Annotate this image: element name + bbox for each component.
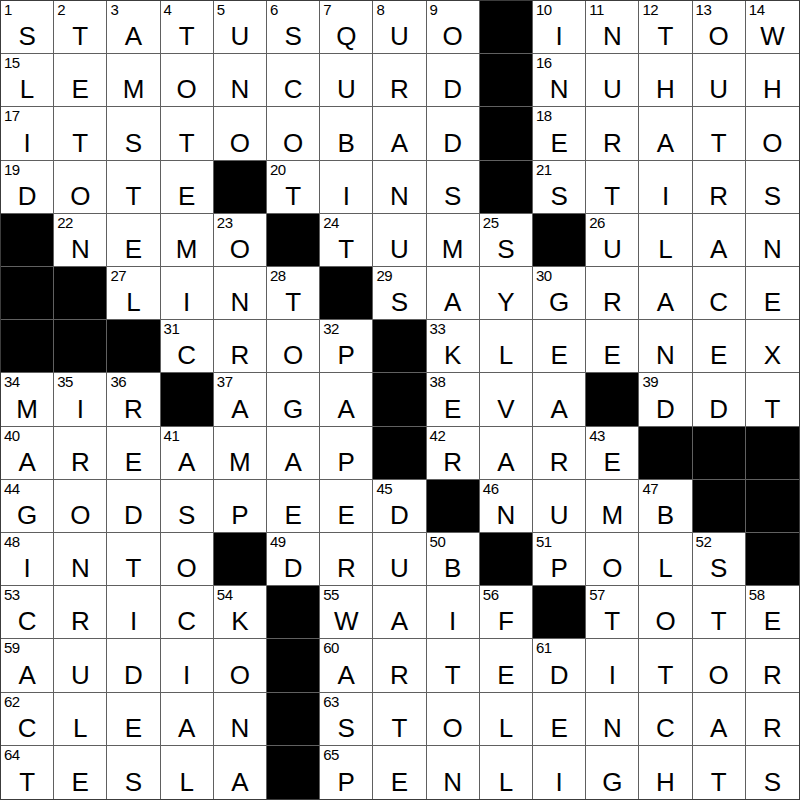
letter-cell-r5c9[interactable]: M	[427, 214, 480, 267]
clue-number: 40	[4, 428, 20, 445]
letter-cell-r3c11[interactable]: 18E	[533, 107, 586, 160]
letter-cell-r15c11[interactable]: I	[533, 746, 586, 799]
letter-cell-r2c14[interactable]: U	[693, 54, 746, 107]
cell-letter: M	[586, 502, 638, 528]
letter-cell-r12c3[interactable]: I	[107, 586, 160, 639]
letter-cell-r3c12[interactable]: R	[586, 107, 639, 160]
letter-cell-r15c5[interactable]: A	[214, 746, 267, 799]
black-cell	[1, 267, 54, 320]
letter-cell-r9c5[interactable]: M	[214, 427, 267, 480]
letter-cell-r12c9[interactable]: I	[427, 586, 480, 639]
cell-letter: G	[586, 769, 638, 795]
letter-cell-r5c5[interactable]: 23O	[214, 214, 267, 267]
cell-letter: T	[107, 555, 159, 581]
letter-cell-r6c4[interactable]: I	[161, 267, 214, 320]
letter-cell-r4c9[interactable]: S	[427, 161, 480, 214]
letter-cell-r15c1[interactable]: 64T	[1, 746, 54, 799]
letter-cell-r1c8[interactable]: 8U	[373, 1, 426, 54]
cell-letter: N	[746, 236, 799, 262]
cell-letter: N	[214, 76, 266, 102]
letter-cell-r3c8[interactable]: A	[373, 107, 426, 160]
letter-cell-r10c12[interactable]: M	[586, 480, 639, 533]
letter-cell-r5c2[interactable]: 22N	[54, 214, 107, 267]
letter-cell-r14c8[interactable]: T	[373, 693, 426, 746]
letter-cell-r10c6[interactable]: E	[267, 480, 320, 533]
cell-letter: U	[320, 76, 372, 102]
letter-cell-r10c2[interactable]: O	[54, 480, 107, 533]
letter-cell-r12c5[interactable]: 54K	[214, 586, 267, 639]
black-cell	[214, 533, 267, 586]
letter-cell-r14c10[interactable]: L	[480, 693, 533, 746]
letter-cell-r7c14[interactable]: E	[693, 320, 746, 373]
cell-letter: E	[107, 715, 159, 741]
cell-letter: T	[586, 183, 638, 209]
cell-letter: D	[639, 396, 691, 422]
clue-number: 44	[4, 481, 20, 498]
letter-cell-r2c3[interactable]: M	[107, 54, 160, 107]
letter-cell-r6c12[interactable]: R	[586, 267, 639, 320]
letter-cell-r3c2[interactable]: T	[54, 107, 107, 160]
letter-cell-r4c11[interactable]: 21S	[533, 161, 586, 214]
cell-letter: V	[480, 396, 532, 422]
clue-number: 51	[536, 534, 552, 551]
cell-letter: T	[746, 396, 799, 422]
letter-cell-r6c11[interactable]: 30G	[533, 267, 586, 320]
cell-letter: S	[693, 555, 745, 581]
letter-cell-r14c14[interactable]: A	[693, 693, 746, 746]
cell-letter: A	[320, 396, 372, 422]
letter-cell-r6c5[interactable]: N	[214, 267, 267, 320]
cell-letter: P	[320, 342, 372, 368]
letter-cell-r2c6[interactable]: C	[267, 54, 320, 107]
letter-cell-r4c6[interactable]: 20T	[267, 161, 320, 214]
letter-cell-r13c3[interactable]: D	[107, 639, 160, 692]
black-cell	[373, 427, 426, 480]
letter-cell-r6c8[interactable]: 29S	[373, 267, 426, 320]
cell-letter: E	[320, 502, 372, 528]
cell-letter: S	[533, 183, 585, 209]
black-cell	[54, 320, 107, 373]
letter-cell-r10c3[interactable]: D	[107, 480, 160, 533]
letter-cell-r2c15[interactable]: H	[746, 54, 799, 107]
cell-letter: T	[639, 662, 691, 688]
cell-letter: A	[427, 289, 479, 315]
black-cell	[480, 1, 533, 54]
letter-cell-r15c3[interactable]: S	[107, 746, 160, 799]
letter-cell-r15c15[interactable]: S	[746, 746, 799, 799]
letter-cell-r3c14[interactable]: T	[693, 107, 746, 160]
letter-cell-r3c1[interactable]: 17I	[1, 107, 54, 160]
letter-cell-r5c4[interactable]: M	[161, 214, 214, 267]
letter-cell-r8c3[interactable]: 36R	[107, 373, 160, 426]
letter-cell-r9c2[interactable]: R	[54, 427, 107, 480]
cell-letter: I	[533, 23, 585, 49]
letter-cell-r15c10[interactable]: L	[480, 746, 533, 799]
clue-number: 57	[589, 587, 605, 604]
cell-letter: P	[214, 502, 266, 528]
cell-letter: R	[373, 662, 425, 688]
cell-letter: I	[1, 130, 53, 156]
letter-cell-r1c11[interactable]: 10I	[533, 1, 586, 54]
letter-cell-r13c7[interactable]: 60A	[320, 639, 373, 692]
letter-cell-r14c3[interactable]: E	[107, 693, 160, 746]
black-cell	[320, 267, 373, 320]
cell-letter: R	[746, 715, 799, 741]
letter-cell-r13c9[interactable]: T	[427, 639, 480, 692]
letter-cell-r2c2[interactable]: E	[54, 54, 107, 107]
letter-cell-r6c10[interactable]: Y	[480, 267, 533, 320]
letter-cell-r8c2[interactable]: 35I	[54, 373, 107, 426]
letter-cell-r2c9[interactable]: D	[427, 54, 480, 107]
cell-letter: S	[1, 23, 53, 49]
letter-cell-r12c1[interactable]: 53C	[1, 586, 54, 639]
cell-letter: O	[427, 715, 479, 741]
letter-cell-r8c9[interactable]: 38E	[427, 373, 480, 426]
cell-letter: R	[373, 76, 425, 102]
letter-cell-r14c4[interactable]: A	[161, 693, 214, 746]
letter-cell-r12c7[interactable]: 55W	[320, 586, 373, 639]
cell-letter: U	[533, 502, 585, 528]
cell-letter: S	[746, 769, 799, 795]
letter-cell-r1c4[interactable]: 4T	[161, 1, 214, 54]
letter-cell-r15c12[interactable]: G	[586, 746, 639, 799]
letter-cell-r10c5[interactable]: P	[214, 480, 267, 533]
letter-cell-r1c5[interactable]: 5U	[214, 1, 267, 54]
cell-letter: O	[586, 555, 638, 581]
letter-cell-r7c13[interactable]: N	[639, 320, 692, 373]
black-cell	[639, 427, 692, 480]
letter-cell-r7c6[interactable]: O	[267, 320, 320, 373]
letter-cell-r11c4[interactable]: O	[161, 533, 214, 586]
cell-letter: O	[214, 130, 266, 156]
letter-cell-r12c8[interactable]: A	[373, 586, 426, 639]
letter-cell-r3c9[interactable]: D	[427, 107, 480, 160]
clue-number: 47	[642, 481, 658, 498]
letter-cell-r2c11[interactable]: 16N	[533, 54, 586, 107]
cell-letter: M	[1, 396, 53, 422]
letter-cell-r6c13[interactable]: A	[639, 267, 692, 320]
letter-cell-r8c11[interactable]: A	[533, 373, 586, 426]
letter-cell-r9c9[interactable]: 42R	[427, 427, 480, 480]
cell-letter: D	[107, 662, 159, 688]
letter-cell-r1c2[interactable]: 2T	[54, 1, 107, 54]
clue-number: 65	[323, 747, 339, 764]
letter-cell-r10c11[interactable]: U	[533, 480, 586, 533]
letter-cell-r5c10[interactable]: 25S	[480, 214, 533, 267]
cell-letter: I	[161, 662, 213, 688]
cell-letter: R	[320, 555, 372, 581]
letter-cell-r12c13[interactable]: O	[639, 586, 692, 639]
letter-cell-r2c12[interactable]: U	[586, 54, 639, 107]
cell-letter: E	[480, 662, 532, 688]
letter-cell-r12c4[interactable]: C	[161, 586, 214, 639]
letter-cell-r14c1[interactable]: 62C	[1, 693, 54, 746]
letter-cell-r14c5[interactable]: N	[214, 693, 267, 746]
letter-cell-r3c7[interactable]: B	[320, 107, 373, 160]
letter-cell-r3c13[interactable]: A	[639, 107, 692, 160]
cell-letter: T	[267, 183, 319, 209]
letter-cell-r10c10[interactable]: 46N	[480, 480, 533, 533]
letter-cell-r1c14[interactable]: 13O	[693, 1, 746, 54]
letter-cell-r8c13[interactable]: 39D	[639, 373, 692, 426]
letter-cell-r4c2[interactable]: O	[54, 161, 107, 214]
clue-number: 20	[270, 162, 286, 179]
cell-letter: O	[427, 23, 479, 49]
letter-cell-r7c4[interactable]: 31C	[161, 320, 214, 373]
letter-cell-r12c12[interactable]: 57T	[586, 586, 639, 639]
letter-cell-r7c15[interactable]: X	[746, 320, 799, 373]
letter-cell-r11c9[interactable]: 50B	[427, 533, 480, 586]
letter-cell-r2c7[interactable]: U	[320, 54, 373, 107]
letter-cell-r11c11[interactable]: 51P	[533, 533, 586, 586]
clue-number: 25	[483, 215, 499, 232]
letter-cell-r10c7[interactable]: E	[320, 480, 373, 533]
letter-cell-r8c14[interactable]: D	[693, 373, 746, 426]
letter-cell-r5c15[interactable]: N	[746, 214, 799, 267]
letter-cell-r15c7[interactable]: 65P	[320, 746, 373, 799]
letter-cell-r3c4[interactable]: T	[161, 107, 214, 160]
letter-cell-r11c14[interactable]: 52S	[693, 533, 746, 586]
cell-letter: O	[214, 662, 266, 688]
letter-cell-r5c13[interactable]: L	[639, 214, 692, 267]
cell-letter: D	[427, 76, 479, 102]
letter-cell-r4c3[interactable]: T	[107, 161, 160, 214]
cell-letter: N	[54, 555, 106, 581]
letter-cell-r6c9[interactable]: A	[427, 267, 480, 320]
letter-cell-r4c7[interactable]: I	[320, 161, 373, 214]
letter-cell-r8c15[interactable]: T	[746, 373, 799, 426]
letter-cell-r4c4[interactable]: E	[161, 161, 214, 214]
letter-cell-r9c10[interactable]: A	[480, 427, 533, 480]
letter-cell-r14c15[interactable]: R	[746, 693, 799, 746]
letter-cell-r2c4[interactable]: O	[161, 54, 214, 107]
letter-cell-r9c12[interactable]: 43E	[586, 427, 639, 480]
letter-cell-r14c13[interactable]: C	[639, 693, 692, 746]
cell-letter: T	[161, 23, 213, 49]
clue-number: 39	[642, 374, 658, 391]
letter-cell-r9c3[interactable]: E	[107, 427, 160, 480]
letter-cell-r13c8[interactable]: R	[373, 639, 426, 692]
letter-cell-r7c9[interactable]: 33K	[427, 320, 480, 373]
cell-letter: C	[267, 76, 319, 102]
letter-cell-r1c15[interactable]: 14W	[746, 1, 799, 54]
letter-cell-r6c14[interactable]: C	[693, 267, 746, 320]
cell-letter: M	[427, 236, 479, 262]
cell-letter: C	[639, 715, 691, 741]
letter-cell-r13c10[interactable]: E	[480, 639, 533, 692]
letter-cell-r11c8[interactable]: U	[373, 533, 426, 586]
letter-cell-r14c9[interactable]: O	[427, 693, 480, 746]
cell-letter: C	[1, 715, 53, 741]
letter-cell-r11c1[interactable]: 48I	[1, 533, 54, 586]
cell-letter: E	[107, 449, 159, 475]
letter-cell-r15c9[interactable]: N	[427, 746, 480, 799]
letter-cell-r6c6[interactable]: 28T	[267, 267, 320, 320]
cell-letter: K	[427, 342, 479, 368]
letter-cell-r2c8[interactable]: R	[373, 54, 426, 107]
letter-cell-r13c11[interactable]: 61D	[533, 639, 586, 692]
cell-letter: R	[54, 449, 106, 475]
clue-number: 8	[376, 2, 384, 19]
cell-letter: S	[480, 236, 532, 262]
letter-cell-r5c14[interactable]: A	[693, 214, 746, 267]
letter-cell-r7c12[interactable]: E	[586, 320, 639, 373]
letter-cell-r7c10[interactable]: L	[480, 320, 533, 373]
letter-cell-r13c12[interactable]: I	[586, 639, 639, 692]
clue-number: 34	[4, 374, 20, 391]
letter-cell-r4c13[interactable]: I	[639, 161, 692, 214]
cell-letter: A	[107, 23, 159, 49]
letter-cell-r13c15[interactable]: R	[746, 639, 799, 692]
letter-cell-r8c5[interactable]: 37A	[214, 373, 267, 426]
letter-cell-r4c14[interactable]: R	[693, 161, 746, 214]
letter-cell-r1c13[interactable]: 12T	[639, 1, 692, 54]
letter-cell-r12c15[interactable]: 58E	[746, 586, 799, 639]
letter-cell-r9c4[interactable]: 41A	[161, 427, 214, 480]
letter-cell-r7c11[interactable]: E	[533, 320, 586, 373]
cell-letter: E	[586, 342, 638, 368]
letter-cell-r8c7[interactable]: A	[320, 373, 373, 426]
letter-cell-r3c15[interactable]: O	[746, 107, 799, 160]
cell-letter: U	[373, 236, 425, 262]
clue-number: 33	[430, 321, 446, 338]
cell-letter: I	[320, 183, 372, 209]
cell-letter: T	[1, 769, 53, 795]
cell-letter: S	[373, 289, 425, 315]
letter-cell-r4c8[interactable]: N	[373, 161, 426, 214]
cell-letter: H	[639, 76, 691, 102]
letter-cell-r4c1[interactable]: 19D	[1, 161, 54, 214]
cell-letter: I	[639, 183, 691, 209]
letter-cell-r8c10[interactable]: V	[480, 373, 533, 426]
letter-cell-r10c4[interactable]: S	[161, 480, 214, 533]
cell-letter: T	[693, 769, 745, 795]
black-cell	[746, 480, 799, 533]
letter-cell-r3c5[interactable]: O	[214, 107, 267, 160]
letter-cell-r13c2[interactable]: U	[54, 639, 107, 692]
letter-cell-r13c5[interactable]: O	[214, 639, 267, 692]
letter-cell-r11c13[interactable]: L	[639, 533, 692, 586]
letter-cell-r4c12[interactable]: T	[586, 161, 639, 214]
letter-cell-r2c5[interactable]: N	[214, 54, 267, 107]
clue-number: 58	[749, 587, 765, 604]
cell-letter: U	[693, 76, 745, 102]
letter-cell-r4c15[interactable]: S	[746, 161, 799, 214]
black-cell	[161, 373, 214, 426]
letter-cell-r9c7[interactable]: P	[320, 427, 373, 480]
letter-cell-r10c13[interactable]: 47B	[639, 480, 692, 533]
letter-cell-r13c1[interactable]: 59A	[1, 639, 54, 692]
cell-letter: L	[161, 769, 213, 795]
letter-cell-r14c12[interactable]: N	[586, 693, 639, 746]
letter-cell-r13c13[interactable]: T	[639, 639, 692, 692]
letter-cell-r5c8[interactable]: U	[373, 214, 426, 267]
clue-number: 17	[4, 108, 20, 125]
letter-cell-r11c7[interactable]: R	[320, 533, 373, 586]
black-cell	[214, 161, 267, 214]
clue-number: 45	[376, 481, 392, 498]
clue-number: 15	[4, 55, 20, 72]
cell-letter: Y	[480, 289, 532, 315]
cell-letter: U	[586, 236, 638, 262]
letter-cell-r1c9[interactable]: 9O	[427, 1, 480, 54]
cell-letter: I	[107, 608, 159, 634]
clue-number: 31	[164, 321, 180, 338]
cell-letter: U	[373, 23, 425, 49]
letter-cell-r3c3[interactable]: S	[107, 107, 160, 160]
letter-cell-r3c6[interactable]: O	[267, 107, 320, 160]
letter-cell-r11c12[interactable]: O	[586, 533, 639, 586]
letter-cell-r15c14[interactable]: T	[693, 746, 746, 799]
letter-cell-r2c13[interactable]: H	[639, 54, 692, 107]
cell-letter: R	[586, 289, 638, 315]
letter-cell-r10c1[interactable]: 44G	[1, 480, 54, 533]
cell-letter: U	[54, 662, 106, 688]
letter-cell-r12c2[interactable]: R	[54, 586, 107, 639]
clue-number: 9	[430, 2, 438, 19]
letter-cell-r13c14[interactable]: O	[693, 639, 746, 692]
letter-cell-r7c7[interactable]: 32P	[320, 320, 373, 373]
letter-cell-r14c11[interactable]: E	[533, 693, 586, 746]
letter-cell-r14c2[interactable]: L	[54, 693, 107, 746]
cell-letter: T	[54, 130, 106, 156]
cell-letter: O	[54, 183, 106, 209]
cell-letter: E	[54, 76, 106, 102]
letter-cell-r11c3[interactable]: T	[107, 533, 160, 586]
letter-cell-r15c13[interactable]: H	[639, 746, 692, 799]
letter-cell-r9c1[interactable]: 40A	[1, 427, 54, 480]
letter-cell-r6c15[interactable]: E	[746, 267, 799, 320]
letter-cell-r8c6[interactable]: G	[267, 373, 320, 426]
letter-cell-r14c7[interactable]: 63S	[320, 693, 373, 746]
letter-cell-r1c7[interactable]: 7Q	[320, 1, 373, 54]
letter-cell-r1c6[interactable]: 6S	[267, 1, 320, 54]
letter-cell-r8c1[interactable]: 34M	[1, 373, 54, 426]
black-cell	[586, 373, 639, 426]
cell-letter: M	[107, 76, 159, 102]
cell-letter: T	[427, 662, 479, 688]
letter-cell-r5c12[interactable]: 26U	[586, 214, 639, 267]
clue-number: 50	[430, 534, 446, 551]
letter-cell-r1c12[interactable]: 11N	[586, 1, 639, 54]
letter-cell-r1c1[interactable]: 1S	[1, 1, 54, 54]
cell-letter: A	[693, 715, 745, 741]
letter-cell-r13c4[interactable]: I	[161, 639, 214, 692]
cell-letter: O	[639, 608, 691, 634]
letter-cell-r10c8[interactable]: 45D	[373, 480, 426, 533]
cell-letter: A	[533, 396, 585, 422]
clue-number: 53	[4, 587, 20, 604]
letter-cell-r11c6[interactable]: 49D	[267, 533, 320, 586]
letter-cell-r9c11[interactable]: R	[533, 427, 586, 480]
letter-cell-r15c4[interactable]: L	[161, 746, 214, 799]
letter-cell-r5c7[interactable]: 24T	[320, 214, 373, 267]
letter-cell-r12c14[interactable]: T	[693, 586, 746, 639]
letter-cell-r15c2[interactable]: E	[54, 746, 107, 799]
cell-letter: K	[214, 608, 266, 634]
letter-cell-r5c3[interactable]: E	[107, 214, 160, 267]
letter-cell-r9c6[interactable]: A	[267, 427, 320, 480]
letter-cell-r1c3[interactable]: 3A	[107, 1, 160, 54]
letter-cell-r12c10[interactable]: 56F	[480, 586, 533, 639]
letter-cell-r11c2[interactable]: N	[54, 533, 107, 586]
black-cell	[533, 586, 586, 639]
clue-number: 2	[57, 2, 65, 19]
letter-cell-r2c1[interactable]: 15L	[1, 54, 54, 107]
letter-cell-r6c3[interactable]: 27L	[107, 267, 160, 320]
letter-cell-r7c5[interactable]: R	[214, 320, 267, 373]
letter-cell-r15c8[interactable]: E	[373, 746, 426, 799]
